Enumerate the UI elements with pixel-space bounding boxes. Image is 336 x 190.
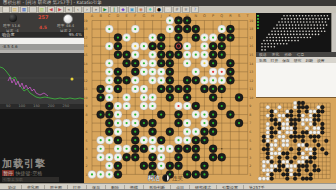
- tree-move-node[interactable]: [328, 18, 330, 20]
- tree-move-node[interactable]: [281, 34, 283, 36]
- black-stone: [270, 118, 274, 122]
- coord-number: 5: [249, 139, 251, 143]
- tree-move-node[interactable]: [281, 31, 283, 33]
- tree-move-node[interactable]: [279, 27, 281, 29]
- tree-move-node[interactable]: [285, 37, 287, 39]
- tree-move-node[interactable]: [279, 24, 281, 26]
- tree-move-node[interactable]: [283, 15, 285, 17]
- white-stone-icon[interactable]: ○: [164, 6, 172, 13]
- statusbar-item[interactable]: 引擎设置: [222, 185, 238, 190]
- right-toolbar-item[interactable]: 判断: [305, 58, 313, 63]
- tree-move-node[interactable]: [298, 24, 300, 26]
- white-stone: [266, 139, 270, 143]
- pause-icon[interactable]: ‖: [110, 6, 118, 13]
- green-ownership-dot: [186, 122, 188, 124]
- green-ownership-dot: [177, 122, 179, 124]
- tree-move-node[interactable]: [318, 31, 320, 33]
- mini-go-board[interactable]: [256, 97, 336, 184]
- tree-move-node[interactable]: [288, 40, 290, 42]
- tree-move-node[interactable]: [304, 27, 306, 29]
- tree-move-node[interactable]: [294, 37, 296, 39]
- tree-move-node[interactable]: [307, 27, 309, 29]
- green-ownership-dot: [186, 139, 188, 141]
- green-ownership-dot: [221, 88, 223, 90]
- tree-move-node[interactable]: [293, 15, 295, 17]
- current-move-marker: [71, 78, 74, 81]
- green-ownership-dot: [108, 156, 110, 158]
- tree-move-node[interactable]: [289, 15, 291, 17]
- tree-move-node[interactable]: [274, 31, 276, 33]
- move-tree-panel[interactable]: [256, 13, 336, 52]
- tree-move-node[interactable]: [300, 37, 302, 39]
- coord-number: 19: [249, 19, 253, 23]
- right-toolbar-item[interactable]: 新局: [259, 58, 267, 63]
- black-stone: [285, 173, 289, 177]
- tree-move-node[interactable]: [261, 49, 263, 51]
- green-ownership-dot: [177, 139, 179, 141]
- tree-move-node[interactable]: [309, 34, 311, 36]
- tree-move-node[interactable]: [301, 24, 303, 26]
- tree-move-node[interactable]: [271, 34, 273, 36]
- green-ownership-dot: [177, 54, 179, 56]
- black-stone: [289, 135, 293, 139]
- tree-move-node[interactable]: [320, 15, 322, 17]
- help-icon[interactable]: ?: [191, 6, 199, 13]
- tree-move-node[interactable]: [287, 18, 289, 20]
- statusbar-item[interactable]: 研究模式: [195, 185, 211, 190]
- green-ownership-dot: [151, 148, 153, 150]
- tree-move-node[interactable]: [305, 34, 307, 36]
- white-stone: [309, 122, 313, 126]
- captures-stone-icon: [162, 174, 170, 182]
- tree-move-node[interactable]: [300, 21, 302, 23]
- tree-move-node[interactable]: [291, 18, 293, 20]
- green-ownership-dot: [151, 96, 153, 98]
- green-ownership-dot: [100, 88, 102, 90]
- tree-move-node[interactable]: [317, 15, 319, 17]
- tree-move-node[interactable]: [276, 27, 278, 29]
- green-ownership-dot: [100, 148, 102, 150]
- tree-move-node[interactable]: [286, 15, 288, 17]
- tree-move-node[interactable]: [283, 43, 285, 45]
- tree-move-node[interactable]: [324, 31, 326, 33]
- tree-move-node[interactable]: [273, 27, 275, 29]
- statusbar-item[interactable]: 保存: [92, 185, 100, 190]
- tree-move-node[interactable]: [297, 21, 299, 23]
- tree-move-node[interactable]: [263, 40, 265, 42]
- tree-move-node[interactable]: [282, 24, 284, 26]
- black-stone: [297, 164, 301, 168]
- tree-move-node[interactable]: [286, 43, 288, 45]
- tree-move-node[interactable]: [296, 15, 298, 17]
- tree-move-node[interactable]: [277, 43, 279, 45]
- tree-move-node[interactable]: [296, 34, 298, 36]
- tree-move-node[interactable]: [302, 31, 304, 33]
- coord-number: 2: [249, 164, 251, 168]
- tree-move-node[interactable]: [268, 34, 270, 36]
- analyze-icon[interactable]: ◆: [119, 6, 127, 13]
- tree-move-node[interactable]: [278, 21, 280, 23]
- black-stone: [309, 173, 313, 177]
- green-ownership-dot: [134, 122, 136, 124]
- tree-move-node[interactable]: [281, 21, 283, 23]
- tree-move-node[interactable]: [312, 18, 314, 20]
- tree-move-node[interactable]: [323, 24, 325, 26]
- black-stone: [309, 177, 313, 181]
- tree-move-node[interactable]: [327, 15, 329, 17]
- tree-move-node[interactable]: [294, 18, 296, 20]
- tree-move-node[interactable]: [315, 21, 317, 23]
- engine-status: 引擎未加载: [2, 177, 59, 182]
- tree-move-node[interactable]: [314, 15, 316, 17]
- load-engine-button[interactable]: 加载引擎: [0, 158, 84, 170]
- green-ownership-dot: [186, 173, 188, 175]
- statusbar-item[interactable]: 悔棋: [130, 185, 138, 190]
- tree-move-node[interactable]: [264, 46, 266, 48]
- right-toolbar-item[interactable]: 设置: [317, 58, 325, 63]
- tree-move-node[interactable]: [267, 46, 269, 48]
- tree-move-node[interactable]: [322, 21, 324, 23]
- tree-move-node[interactable]: [304, 24, 306, 26]
- black-stone: [324, 152, 328, 156]
- tree-move-node[interactable]: [261, 46, 263, 48]
- green-ownership-dot: [117, 122, 119, 124]
- tree-move-node[interactable]: [269, 40, 271, 42]
- tree-move-node[interactable]: [299, 15, 301, 17]
- black-stone: [305, 168, 309, 172]
- tree-move-node[interactable]: [296, 31, 298, 33]
- tree-move-node[interactable]: [284, 34, 286, 36]
- black-stone: [285, 177, 289, 181]
- statusbar-item[interactable]: 第257手: [249, 185, 265, 190]
- tree-move-node[interactable]: [274, 46, 276, 48]
- tree-move-node[interactable]: [303, 18, 305, 20]
- tree-move-node[interactable]: [278, 34, 280, 36]
- tree-move-node[interactable]: [301, 27, 303, 29]
- white-stone: [305, 147, 309, 151]
- variation-list[interactable]: [256, 63, 336, 97]
- statusbar-item[interactable]: 协议: [8, 185, 16, 190]
- tree-move-node[interactable]: [266, 37, 268, 39]
- tree-move-node[interactable]: [297, 40, 299, 42]
- new-file-icon[interactable]: □: [2, 6, 10, 13]
- black-stone: [270, 131, 274, 135]
- green-ownership-dot: [108, 165, 110, 167]
- green-ownership-dot: [108, 62, 110, 64]
- tree-move-node[interactable]: [285, 40, 287, 42]
- green-ownership-dot: [203, 139, 205, 141]
- white-stone: [270, 156, 274, 160]
- tree-move-node[interactable]: [292, 24, 294, 26]
- tree-move-node[interactable]: [293, 31, 295, 33]
- statusbar-item[interactable]: 点目: [176, 185, 184, 190]
- green-ownership-dot: [126, 37, 128, 39]
- tree-move-node[interactable]: [277, 31, 279, 33]
- tree-move-node[interactable]: [276, 37, 278, 39]
- white-stone: [309, 152, 313, 156]
- save-icon[interactable]: ▦: [20, 6, 28, 13]
- analysis-left-panel: 257 4.5 胜率 51.6 目差 -4 胜率 48.4 目差 2 吻合度 9…: [0, 13, 84, 183]
- green-ownership-dot: [195, 79, 197, 81]
- tree-move-node[interactable]: [317, 24, 319, 26]
- black-stone-icon[interactable]: ●: [155, 6, 163, 13]
- tree-move-node[interactable]: [323, 27, 325, 29]
- tree-move-node[interactable]: [321, 31, 323, 33]
- tree-move-node[interactable]: [306, 18, 308, 20]
- tree-move-node[interactable]: [318, 34, 320, 36]
- tree-move-node[interactable]: [282, 40, 284, 42]
- statusbar-separator: [86, 185, 87, 189]
- tree-move-node[interactable]: [310, 37, 312, 39]
- tree-move-node[interactable]: [292, 27, 294, 29]
- territory-icon[interactable]: ▣: [128, 6, 136, 13]
- green-ownership-dot: [117, 148, 119, 150]
- green-ownership-dot: [212, 37, 214, 39]
- first-move-icon[interactable]: «: [65, 6, 73, 13]
- tree-icon[interactable]: ♦: [146, 6, 154, 13]
- coord-letter: D: [117, 14, 120, 18]
- green-ownership-dot: [195, 173, 197, 175]
- coord-number: 19: [84, 19, 88, 23]
- tree-move-node[interactable]: [287, 34, 289, 36]
- tree-move-node[interactable]: [269, 37, 271, 39]
- coord-number: 12: [249, 79, 253, 83]
- tree-move-node[interactable]: [282, 37, 284, 39]
- copy-icon[interactable]: ▧: [38, 6, 46, 13]
- white-stone: [301, 160, 305, 164]
- right-toolbar-item[interactable]: 打开: [271, 58, 279, 63]
- black-stone: [270, 173, 274, 177]
- grid-icon[interactable]: #: [173, 6, 181, 13]
- tree-move-node[interactable]: [261, 43, 263, 45]
- tree-move-node[interactable]: [276, 24, 278, 26]
- tree-move-node[interactable]: [279, 40, 281, 42]
- tree-move-node[interactable]: [276, 40, 278, 42]
- black-stone: [293, 173, 297, 177]
- tree-move-node[interactable]: [325, 18, 327, 20]
- tree-move-node[interactable]: [293, 34, 295, 36]
- tree-move-node[interactable]: [310, 27, 312, 29]
- green-ownership-dot: [143, 62, 145, 64]
- winrate-icon[interactable]: ◉: [137, 6, 145, 13]
- redo-icon[interactable]: ▶: [56, 6, 64, 13]
- green-ownership-dot: [160, 165, 162, 167]
- green-ownership-dot: [108, 79, 110, 81]
- tree-move-node[interactable]: [312, 21, 314, 23]
- tree-move-node[interactable]: [310, 24, 312, 26]
- tree-move-node[interactable]: [273, 40, 275, 42]
- statusbar-item[interactable]: 胜率图: [50, 185, 62, 190]
- tree-move-node[interactable]: [288, 21, 290, 23]
- tree-move-node[interactable]: [317, 27, 319, 29]
- tree-move-node[interactable]: [294, 21, 296, 23]
- green-ownership-dot: [134, 131, 136, 133]
- tree-move-node[interactable]: [305, 31, 307, 33]
- green-ownership-dot: [108, 122, 110, 124]
- tree-move-node[interactable]: [302, 34, 304, 36]
- tree-move-node[interactable]: [264, 49, 266, 51]
- tree-move-node[interactable]: [298, 27, 300, 29]
- green-ownership-dot: [169, 131, 171, 133]
- green-ownership-dot: [134, 156, 136, 158]
- tree-move-node[interactable]: [315, 34, 317, 36]
- tree-move-node[interactable]: [305, 15, 307, 17]
- tree-move-node[interactable]: [271, 46, 273, 48]
- tree-move-node[interactable]: [281, 18, 283, 20]
- tree-mainline-tick: [257, 18, 259, 20]
- black-stone: [262, 147, 266, 151]
- tree-move-node[interactable]: [315, 18, 317, 20]
- tree-move-node[interactable]: [307, 37, 309, 39]
- statusbar-item[interactable]: 变化图: [27, 185, 39, 190]
- tree-move-node[interactable]: [294, 40, 296, 42]
- open-file-icon[interactable]: ▤: [11, 6, 19, 13]
- tree-move-node[interactable]: [297, 37, 299, 39]
- prev-move-icon[interactable]: ‹: [74, 6, 82, 13]
- tree-move-node[interactable]: [320, 24, 322, 26]
- tree-move-node[interactable]: [299, 34, 301, 36]
- winrate-graph[interactable]: [0, 53, 84, 104]
- tree-move-node[interactable]: [286, 27, 288, 29]
- tree-move-node[interactable]: [324, 15, 326, 17]
- tree-move-node[interactable]: [303, 37, 305, 39]
- green-ownership-dot: [126, 148, 128, 150]
- green-ownership-dot: [126, 79, 128, 81]
- white-stone: [285, 143, 289, 147]
- black-stone: [305, 131, 309, 135]
- tree-move-node[interactable]: [320, 27, 322, 29]
- tree-move-node[interactable]: [289, 24, 291, 26]
- green-ownership-dot: [212, 79, 214, 81]
- white-stone: [266, 131, 270, 135]
- tree-move-node[interactable]: [291, 21, 293, 23]
- green-ownership-dot: [195, 156, 197, 158]
- white-stone: [274, 139, 278, 143]
- green-ownership-dot: [143, 45, 145, 47]
- tree-move-node[interactable]: [299, 31, 301, 33]
- tree-move-node[interactable]: [284, 21, 286, 23]
- statusbar-item[interactable]: 删除: [111, 185, 119, 190]
- green-ownership-dot: [212, 88, 214, 90]
- tree-move-node[interactable]: [274, 43, 276, 45]
- tree-move-node[interactable]: [297, 18, 299, 20]
- tree-move-node[interactable]: [312, 31, 314, 33]
- green-ownership-dot: [169, 19, 171, 21]
- settings-icon[interactable]: ✱: [182, 6, 190, 13]
- tree-move-node[interactable]: [286, 24, 288, 26]
- statusbar-separator: [67, 185, 68, 189]
- tree-move-node[interactable]: [295, 27, 297, 29]
- tree-move-node[interactable]: [280, 43, 282, 45]
- tree-move-node[interactable]: [313, 24, 315, 26]
- tree-move-node[interactable]: [288, 37, 290, 39]
- tree-move-node[interactable]: [290, 31, 292, 33]
- black-stone: [321, 131, 325, 135]
- tree-move-node[interactable]: [291, 37, 293, 39]
- tree-move-node[interactable]: [312, 34, 314, 36]
- tree-move-node[interactable]: [284, 31, 286, 33]
- tree-move-node[interactable]: [322, 18, 324, 20]
- tree-move-node[interactable]: [264, 43, 266, 45]
- tree-move-node[interactable]: [319, 21, 321, 23]
- tree-move-node[interactable]: [271, 43, 273, 45]
- next-move-icon[interactable]: ›: [83, 6, 91, 13]
- green-ownership-dot: [151, 62, 153, 64]
- tree-move-node[interactable]: [315, 31, 317, 33]
- tree-move-node[interactable]: [290, 34, 292, 36]
- green-ownership-dot: [169, 79, 171, 81]
- tree-move-node[interactable]: [302, 15, 304, 17]
- tree-move-node[interactable]: [289, 27, 291, 29]
- green-ownership-dot: [108, 28, 110, 30]
- tree-move-node[interactable]: [283, 27, 285, 29]
- white-stone: [282, 126, 286, 130]
- tree-move-node[interactable]: [307, 24, 309, 26]
- green-ownership-dot: [221, 105, 223, 107]
- main-go-board[interactable]: ABCDEFGHJKLMNOPQRST191918181717161615151…: [84, 13, 256, 183]
- tree-move-node[interactable]: [266, 40, 268, 42]
- black-stone: [266, 147, 270, 151]
- tree-move-node[interactable]: [267, 43, 269, 45]
- tree-move-node[interactable]: [274, 34, 276, 36]
- undo-icon[interactable]: ◀: [47, 6, 55, 13]
- statusbar-item[interactable]: 形势判断: [149, 185, 165, 190]
- tree-move-node[interactable]: [284, 18, 286, 20]
- tree-move-node[interactable]: [309, 21, 311, 23]
- green-ownership-dot: [169, 62, 171, 64]
- last-move-icon[interactable]: »: [92, 6, 100, 13]
- right-toolbar-item[interactable]: 研究: [294, 58, 302, 63]
- white-stone: [282, 139, 286, 143]
- tree-move-node[interactable]: [291, 40, 293, 42]
- tree-move-node[interactable]: [303, 21, 305, 23]
- player-info-box: 257 4.5 胜率 51.6 目差 -4 胜率 48.4 目差 2: [0, 13, 84, 32]
- tree-move-node[interactable]: [300, 18, 302, 20]
- white-stone: [317, 126, 321, 130]
- black-stone: [317, 110, 321, 114]
- tree-move-node[interactable]: [326, 24, 328, 26]
- tree-move-node[interactable]: [318, 18, 320, 20]
- print-icon[interactable]: ▥: [29, 6, 37, 13]
- green-ownership-dot: [160, 54, 162, 56]
- tree-move-node[interactable]: [311, 15, 313, 17]
- white-stone: [274, 110, 278, 114]
- go-analysis-app: 围棋分析 - [柯洁 研究谱 第257手] - KataGo引擎 □▤▦▥▧◀▶…: [0, 0, 336, 189]
- statusbar-item[interactable]: 打开: [73, 185, 81, 190]
- black-stone: [175, 42, 183, 50]
- tree-move-node[interactable]: [308, 15, 310, 17]
- green-ownership-dot: [203, 173, 205, 175]
- coord-number: 18: [249, 27, 253, 31]
- tree-move-node[interactable]: [272, 37, 274, 39]
- black-stone: [313, 114, 317, 118]
- tree-move-node[interactable]: [308, 31, 310, 33]
- right-toolbar-item[interactable]: 保存: [282, 58, 290, 63]
- green-ownership-dot: [117, 173, 119, 175]
- tree-move-node[interactable]: [287, 31, 289, 33]
- tree-move-node[interactable]: [279, 37, 281, 39]
- tree-move-node[interactable]: [295, 24, 297, 26]
- white-stone: [301, 118, 305, 122]
- play-icon[interactable]: ▶: [101, 6, 109, 13]
- tree-move-node[interactable]: [306, 21, 308, 23]
- tree-move-node[interactable]: [309, 18, 311, 20]
- tree-move-node[interactable]: [325, 21, 327, 23]
- tree-move-node[interactable]: [314, 27, 316, 29]
- tree-move-node[interactable]: [271, 31, 273, 33]
- tree-scrollbar[interactable]: [331, 13, 336, 52]
- white-stone: [266, 122, 270, 126]
